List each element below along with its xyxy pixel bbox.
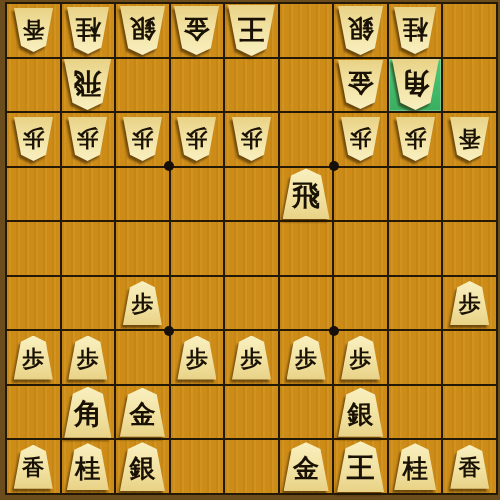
board-cell-r3c9[interactable]: 香 [443, 113, 496, 166]
board-cell-r3c5[interactable]: 歩 [225, 113, 278, 166]
board-cell-r3c1[interactable]: 歩 [7, 113, 60, 166]
piece-face: 角 [64, 387, 111, 438]
board-cell-r8c2[interactable]: 角 [62, 386, 115, 439]
piece-face: 歩 [177, 336, 216, 380]
piece-face: 金 [120, 388, 165, 437]
piece-face: 歩 [396, 117, 435, 161]
board-cell-r8c6[interactable] [280, 386, 333, 439]
piece-face: 銀 [120, 6, 165, 55]
board-cell-r6c6[interactable] [280, 277, 333, 330]
piece-kanji: 金 [184, 16, 210, 42]
board-cell-r2c6[interactable] [280, 59, 333, 112]
board-cell-r9c5[interactable] [225, 440, 278, 493]
piece-kanji: 歩 [240, 127, 262, 149]
piece-kanji: 桂 [75, 16, 100, 41]
piece-kanji: 飛 [292, 182, 320, 210]
shogi-board: 香桂銀金王銀桂飛金角歩歩歩歩歩歩歩香飛歩歩歩歩歩歩歩歩角金銀香桂銀金王桂香 [5, 2, 498, 495]
board-cell-r6c9[interactable]: 歩 [443, 277, 496, 330]
board-cell-r2c2[interactable]: 飛 [62, 59, 115, 112]
board-cell-r9c8[interactable]: 桂 [389, 440, 442, 493]
board-cell-r1c5[interactable]: 王 [225, 4, 278, 57]
board-cell-r1c8[interactable]: 桂 [389, 4, 442, 57]
piece-sente-knight[interactable]: 桂 [394, 443, 436, 490]
piece-gote-pawn[interactable]: 歩 [341, 117, 380, 161]
board-cell-r5c1[interactable] [7, 222, 60, 275]
star-point [164, 161, 174, 171]
board-cell-r4c3[interactable] [116, 168, 169, 221]
board-cell-r7c7[interactable]: 歩 [334, 331, 387, 384]
piece-gote-gold[interactable]: 金 [338, 60, 383, 109]
piece-face: 銀 [338, 6, 383, 55]
board-cell-r7c5[interactable]: 歩 [225, 331, 278, 384]
piece-face: 王 [228, 5, 275, 56]
piece-kanji: 歩 [404, 127, 426, 149]
piece-gote-silver[interactable]: 銀 [120, 6, 165, 55]
piece-gote-pawn[interactable]: 歩 [232, 117, 271, 161]
piece-gote-pawn[interactable]: 歩 [177, 117, 216, 161]
board-cell-r7c1[interactable]: 歩 [7, 331, 60, 384]
piece-face: 歩 [287, 336, 326, 380]
board-cell-r7c6[interactable]: 歩 [280, 331, 333, 384]
board-cell-r2c5[interactable] [225, 59, 278, 112]
board-cell-r4c7[interactable] [334, 168, 387, 221]
piece-kanji: 角 [74, 400, 102, 428]
piece-sente-lance[interactable]: 香 [14, 445, 53, 489]
piece-kanji: 桂 [75, 456, 100, 481]
piece-sente-pawn[interactable]: 歩 [450, 281, 489, 325]
piece-gote-rook[interactable]: 飛 [64, 59, 111, 110]
board-cell-r9c1[interactable]: 香 [7, 440, 60, 493]
piece-face: 桂 [394, 443, 436, 490]
board-cell-r7c4[interactable]: 歩 [171, 331, 224, 384]
board-cell-r3c4[interactable]: 歩 [171, 113, 224, 166]
board-cell-r6c5[interactable] [225, 277, 278, 330]
board-cell-r8c5[interactable] [225, 386, 278, 439]
piece-kanji: 銀 [348, 401, 374, 427]
piece-kanji: 歩 [350, 348, 372, 370]
piece-kanji: 金 [348, 70, 374, 96]
board-cell-r2c9[interactable] [443, 59, 496, 112]
piece-gote-knight[interactable]: 桂 [67, 7, 109, 54]
piece-face: 歩 [68, 336, 107, 380]
piece-sente-silver[interactable]: 銀 [120, 442, 165, 491]
piece-sente-king[interactable]: 王 [337, 441, 384, 492]
piece-kanji: 歩 [295, 348, 317, 370]
board-cell-r3c3[interactable]: 歩 [116, 113, 169, 166]
board-cell-r3c7[interactable]: 歩 [334, 113, 387, 166]
piece-sente-gold[interactable]: 金 [120, 388, 165, 437]
piece-face: 桂 [67, 7, 109, 54]
board-cell-r9c7[interactable]: 王 [334, 440, 387, 493]
board-cell-r3c6[interactable] [280, 113, 333, 166]
piece-face: 桂 [394, 7, 436, 54]
piece-kanji: 歩 [459, 293, 481, 315]
piece-face: 銀 [120, 442, 165, 491]
board-cell-r2c8[interactable]: 角 [389, 59, 442, 112]
piece-gote-knight[interactable]: 桂 [394, 7, 436, 54]
board-cell-r5c4[interactable] [171, 222, 224, 275]
board-frame: 香桂銀金王銀桂飛金角歩歩歩歩歩歩歩香飛歩歩歩歩歩歩歩歩角金銀香桂銀金王桂香 [0, 0, 500, 500]
board-cell-r6c2[interactable] [62, 277, 115, 330]
board-cell-r6c7[interactable] [334, 277, 387, 330]
shogi-app: 香桂銀金王銀桂飛金角歩歩歩歩歩歩歩香飛歩歩歩歩歩歩歩歩角金銀香桂銀金王桂香 [0, 0, 500, 500]
piece-sente-pawn[interactable]: 歩 [287, 336, 326, 380]
star-point [164, 326, 174, 336]
piece-face: 飛 [283, 168, 330, 219]
piece-face: 桂 [67, 443, 109, 490]
piece-face: 歩 [68, 117, 107, 161]
board-cell-r8c7[interactable]: 銀 [334, 386, 387, 439]
piece-kanji: 銀 [348, 16, 374, 42]
board-cell-r8c8[interactable] [389, 386, 442, 439]
piece-kanji: 歩 [77, 127, 99, 149]
piece-kanji: 銀 [129, 455, 155, 481]
board-cell-r4c6[interactable]: 飛 [280, 168, 333, 221]
board-cell-r5c8[interactable] [389, 222, 442, 275]
board-cell-r1c7[interactable]: 銀 [334, 4, 387, 57]
board-cell-r6c1[interactable] [7, 277, 60, 330]
piece-kanji: 歩 [131, 127, 153, 149]
star-point [329, 326, 339, 336]
piece-sente-pawn[interactable]: 歩 [232, 336, 271, 380]
board-cell-r4c2[interactable] [62, 168, 115, 221]
piece-face: 角 [392, 59, 439, 110]
piece-kanji: 桂 [403, 16, 428, 41]
board-cell-r1c3[interactable]: 銀 [116, 4, 169, 57]
board-cell-r5c9[interactable] [443, 222, 496, 275]
piece-sente-rook[interactable]: 飛 [283, 168, 330, 219]
board-cell-r6c3[interactable]: 歩 [116, 277, 169, 330]
piece-kanji: 香 [22, 457, 44, 479]
board-cell-r4c9[interactable] [443, 168, 496, 221]
board-cell-r1c9[interactable] [443, 4, 496, 57]
piece-kanji: 歩 [186, 348, 208, 370]
piece-sente-pawn[interactable]: 歩 [14, 336, 53, 380]
piece-face: 歩 [232, 117, 271, 161]
piece-face: 歩 [341, 336, 380, 380]
board-cell-r5c7[interactable] [334, 222, 387, 275]
piece-face: 銀 [338, 388, 383, 437]
piece-sente-pawn[interactable]: 歩 [177, 336, 216, 380]
piece-gote-pawn[interactable]: 歩 [14, 117, 53, 161]
piece-gote-pawn[interactable]: 歩 [123, 117, 162, 161]
piece-face: 歩 [341, 117, 380, 161]
piece-kanji: 香 [459, 457, 481, 479]
piece-face: 歩 [14, 117, 53, 161]
piece-kanji: 王 [237, 15, 265, 43]
piece-kanji: 香 [459, 127, 481, 149]
piece-gote-bishop[interactable]: 角 [392, 59, 439, 110]
board-cell-r9c3[interactable]: 銀 [116, 440, 169, 493]
piece-sente-pawn[interactable]: 歩 [341, 336, 380, 380]
piece-face: 香 [450, 117, 489, 161]
board-cell-r8c3[interactable]: 金 [116, 386, 169, 439]
board-cell-r1c6[interactable] [280, 4, 333, 57]
board-cell-r5c2[interactable] [62, 222, 115, 275]
piece-sente-bishop[interactable]: 角 [64, 387, 111, 438]
board-cell-r6c8[interactable] [389, 277, 442, 330]
board-cell-r3c8[interactable]: 歩 [389, 113, 442, 166]
piece-sente-silver[interactable]: 銀 [338, 388, 383, 437]
board-cell-r7c3[interactable] [116, 331, 169, 384]
piece-kanji: 歩 [22, 127, 44, 149]
piece-kanji: 歩 [240, 348, 262, 370]
board-cell-r4c8[interactable] [389, 168, 442, 221]
piece-gote-king[interactable]: 王 [228, 5, 275, 56]
board-cell-r9c2[interactable]: 桂 [62, 440, 115, 493]
piece-kanji: 桂 [403, 456, 428, 481]
board-cell-r1c1[interactable]: 香 [7, 4, 60, 57]
board-cell-r7c8[interactable] [389, 331, 442, 384]
board-cell-r8c9[interactable] [443, 386, 496, 439]
board-cell-r5c5[interactable] [225, 222, 278, 275]
piece-face: 歩 [450, 281, 489, 325]
piece-gote-lance[interactable]: 香 [14, 8, 53, 52]
piece-gote-gold[interactable]: 金 [174, 6, 219, 55]
piece-face: 王 [337, 441, 384, 492]
board-cell-r8c4[interactable] [171, 386, 224, 439]
piece-face: 香 [14, 445, 53, 489]
piece-face: 金 [174, 6, 219, 55]
board-cell-r9c9[interactable]: 香 [443, 440, 496, 493]
piece-kanji: 金 [129, 401, 155, 427]
board-grid: 香桂銀金王銀桂飛金角歩歩歩歩歩歩歩香飛歩歩歩歩歩歩歩歩角金銀香桂銀金王桂香 [5, 2, 498, 495]
board-cell-r9c6[interactable]: 金 [280, 440, 333, 493]
piece-kanji: 歩 [131, 293, 153, 315]
board-cell-r7c2[interactable]: 歩 [62, 331, 115, 384]
piece-kanji: 香 [22, 18, 44, 40]
piece-sente-lance[interactable]: 香 [450, 445, 489, 489]
board-cell-r5c6[interactable] [280, 222, 333, 275]
piece-kanji: 角 [401, 69, 429, 97]
board-cell-r3c2[interactable]: 歩 [62, 113, 115, 166]
piece-sente-knight[interactable]: 桂 [67, 443, 109, 490]
board-cell-r1c2[interactable]: 桂 [62, 4, 115, 57]
piece-face: 香 [450, 445, 489, 489]
piece-kanji: 金 [293, 455, 319, 481]
board-cell-r6c4[interactable] [171, 277, 224, 330]
board-cell-r8c1[interactable] [7, 386, 60, 439]
piece-face: 歩 [123, 117, 162, 161]
board-cell-r5c3[interactable] [116, 222, 169, 275]
piece-face: 歩 [14, 336, 53, 380]
board-cell-r2c7[interactable]: 金 [334, 59, 387, 112]
piece-face: 歩 [177, 117, 216, 161]
piece-face: 金 [284, 442, 329, 491]
board-cell-r2c4[interactable] [171, 59, 224, 112]
piece-face: 飛 [64, 59, 111, 110]
piece-sente-pawn[interactable]: 歩 [68, 336, 107, 380]
piece-face: 歩 [123, 281, 162, 325]
piece-kanji: 歩 [186, 127, 208, 149]
piece-gote-pawn[interactable]: 歩 [68, 117, 107, 161]
piece-kanji: 王 [347, 454, 375, 482]
piece-gote-pawn[interactable]: 歩 [396, 117, 435, 161]
board-cell-r4c1[interactable] [7, 168, 60, 221]
piece-kanji: 歩 [350, 127, 372, 149]
board-cell-r4c4[interactable] [171, 168, 224, 221]
piece-sente-gold[interactable]: 金 [284, 442, 329, 491]
piece-kanji: 飛 [74, 69, 102, 97]
piece-sente-pawn[interactable]: 歩 [123, 281, 162, 325]
piece-gote-silver[interactable]: 銀 [338, 6, 383, 55]
board-cell-r2c1[interactable] [7, 59, 60, 112]
piece-face: 歩 [232, 336, 271, 380]
piece-kanji: 歩 [22, 348, 44, 370]
piece-gote-lance[interactable]: 香 [450, 117, 489, 161]
piece-face: 金 [338, 60, 383, 109]
piece-kanji: 銀 [129, 16, 155, 42]
board-cell-r9c4[interactable] [171, 440, 224, 493]
board-cell-r2c3[interactable] [116, 59, 169, 112]
star-point [329, 161, 339, 171]
piece-kanji: 歩 [77, 348, 99, 370]
piece-face: 香 [14, 8, 53, 52]
board-cell-r7c9[interactable] [443, 331, 496, 384]
board-cell-r4c5[interactable] [225, 168, 278, 221]
board-cell-r1c4[interactable]: 金 [171, 4, 224, 57]
